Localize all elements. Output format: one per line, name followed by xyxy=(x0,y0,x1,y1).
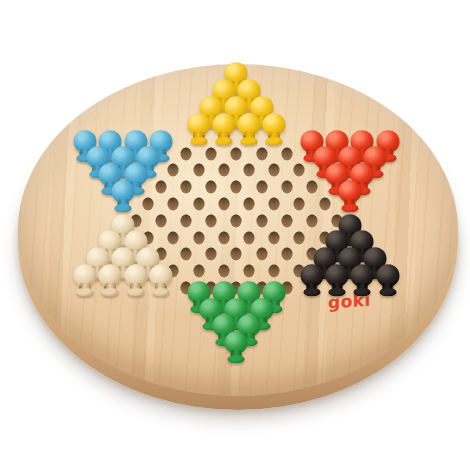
board-hole[interactable] xyxy=(281,147,292,160)
peg-foot xyxy=(127,288,144,296)
cell-r11-c11 xyxy=(205,246,218,263)
cell-r12-c14 xyxy=(243,263,256,280)
cell-r9-c11 xyxy=(205,212,218,229)
peg-foot xyxy=(228,355,245,363)
board-hole[interactable] xyxy=(168,197,179,210)
cell-r9-c13 xyxy=(230,212,243,229)
board-hole[interactable] xyxy=(206,147,217,160)
peg-black[interactable] xyxy=(326,264,349,295)
cell-r9-c7 xyxy=(155,212,168,229)
board-hole[interactable] xyxy=(231,181,242,194)
peg-yellow[interactable] xyxy=(187,113,210,144)
cell-r9-c17 xyxy=(281,212,294,229)
board-hole[interactable] xyxy=(206,214,217,227)
cell-r6-c16 xyxy=(268,162,281,179)
cell-r8-c22 xyxy=(343,196,356,213)
board-hole[interactable] xyxy=(193,231,204,244)
board-hole[interactable] xyxy=(168,231,179,244)
board-hole[interactable] xyxy=(281,214,292,227)
peg-foot xyxy=(102,288,119,296)
peg-red[interactable] xyxy=(338,180,361,211)
cell-r13-c1 xyxy=(79,280,92,297)
cell-r8-c14 xyxy=(243,196,256,213)
board-hole[interactable] xyxy=(306,214,317,227)
peg-foot xyxy=(354,288,371,296)
peg-foot xyxy=(115,204,132,212)
board-hole[interactable] xyxy=(319,197,330,210)
peg-yellow[interactable] xyxy=(212,113,235,144)
cell-r4-c12 xyxy=(218,128,231,145)
peg-foot xyxy=(266,137,283,145)
peg-natural[interactable] xyxy=(124,264,147,295)
cell-r7-c9 xyxy=(180,179,193,196)
cell-r10-c18 xyxy=(293,229,306,246)
board-hole[interactable] xyxy=(193,197,204,210)
cell-r13-c19 xyxy=(306,280,319,297)
cell-r11-c9 xyxy=(180,246,193,263)
cell-r9-c15 xyxy=(255,212,268,229)
peg-foot xyxy=(329,288,346,296)
cell-r11-c13 xyxy=(230,246,243,263)
board-hole[interactable] xyxy=(193,265,204,278)
board-hole[interactable] xyxy=(168,164,179,177)
cell-r17-c13 xyxy=(230,347,243,364)
board-hole[interactable] xyxy=(155,181,166,194)
board-hole[interactable] xyxy=(231,214,242,227)
board-hole[interactable] xyxy=(181,248,192,261)
board-hole[interactable] xyxy=(294,231,305,244)
peg-foot xyxy=(215,137,232,145)
board-hole[interactable] xyxy=(269,197,280,210)
peg-foot xyxy=(190,137,207,145)
cell-r7-c15 xyxy=(255,179,268,196)
star-grid xyxy=(79,78,394,364)
cell-r13-c3 xyxy=(104,280,117,297)
board-hole[interactable] xyxy=(269,231,280,244)
peg-foot xyxy=(303,288,320,296)
peg-black[interactable] xyxy=(376,264,399,295)
board-hole[interactable] xyxy=(155,214,166,227)
cell-r8-c12 xyxy=(218,196,231,213)
peg-green[interactable] xyxy=(225,331,248,362)
cell-r11-c15 xyxy=(255,246,268,263)
board-hole[interactable] xyxy=(294,197,305,210)
cell-r12-c16 xyxy=(268,263,281,280)
cell-r8-c6 xyxy=(142,196,155,213)
board-hole[interactable] xyxy=(256,214,267,227)
peg-foot xyxy=(241,137,258,145)
board-hole[interactable] xyxy=(181,181,192,194)
peg-foot xyxy=(77,288,94,296)
peg-natural[interactable] xyxy=(99,264,122,295)
cell-r8-c10 xyxy=(192,196,205,213)
cell-r10-c12 xyxy=(218,229,231,246)
cell-r4-c14 xyxy=(243,128,256,145)
board-hole[interactable] xyxy=(218,265,229,278)
cell-r6-c8 xyxy=(167,162,180,179)
board-hole[interactable] xyxy=(269,265,280,278)
peg-black[interactable] xyxy=(300,264,323,295)
cell-r7-c13 xyxy=(230,179,243,196)
cell-r8-c16 xyxy=(268,196,281,213)
board-hole[interactable] xyxy=(294,164,305,177)
peg-foot xyxy=(379,288,396,296)
peg-blue[interactable] xyxy=(112,180,135,211)
cell-r12-c10 xyxy=(192,263,205,280)
cell-r12-c12 xyxy=(218,263,231,280)
board-hole[interactable] xyxy=(244,231,255,244)
board-hole[interactable] xyxy=(206,248,217,261)
cell-r13-c21 xyxy=(331,280,344,297)
cell-r6-c12 xyxy=(218,162,231,179)
cell-r5-c15 xyxy=(255,145,268,162)
cell-r5-c9 xyxy=(180,145,193,162)
peg-natural[interactable] xyxy=(149,264,172,295)
cell-r10-c14 xyxy=(243,229,256,246)
cell-r6-c14 xyxy=(243,162,256,179)
peg-black[interactable] xyxy=(351,264,374,295)
cell-r7-c7 xyxy=(155,179,168,196)
board-hole[interactable] xyxy=(193,164,204,177)
board-hole[interactable] xyxy=(256,181,267,194)
cell-r11-c17 xyxy=(281,246,294,263)
cell-r8-c18 xyxy=(293,196,306,213)
board-hole[interactable] xyxy=(181,214,192,227)
board-hole[interactable] xyxy=(244,164,255,177)
board-hole[interactable] xyxy=(231,147,242,160)
cell-r8-c20 xyxy=(318,196,331,213)
board-hole[interactable] xyxy=(306,181,317,194)
cell-r13-c25 xyxy=(381,280,394,297)
board-hole[interactable] xyxy=(244,265,255,278)
cell-r5-c11 xyxy=(205,145,218,162)
cell-r9-c19 xyxy=(306,212,319,229)
cell-r4-c10 xyxy=(192,128,205,145)
cell-r10-c10 xyxy=(192,229,205,246)
board-hole[interactable] xyxy=(281,248,292,261)
cell-r5-c13 xyxy=(230,145,243,162)
cell-r4-c16 xyxy=(268,128,281,145)
cell-r8-c4 xyxy=(117,196,130,213)
cell-r7-c19 xyxy=(306,179,319,196)
board-hole[interactable] xyxy=(218,164,229,177)
board-hole[interactable] xyxy=(181,147,192,160)
cell-r13-c23 xyxy=(356,280,369,297)
peg-yellow[interactable] xyxy=(263,113,286,144)
cell-r10-c8 xyxy=(167,229,180,246)
board-hole[interactable] xyxy=(281,181,292,194)
peg-foot xyxy=(152,288,169,296)
peg-foot xyxy=(341,204,358,212)
cell-r10-c16 xyxy=(268,229,281,246)
board-hole[interactable] xyxy=(218,197,229,210)
peg-yellow[interactable] xyxy=(238,113,261,144)
board-hole[interactable] xyxy=(256,248,267,261)
board-hole[interactable] xyxy=(231,248,242,261)
cell-r7-c17 xyxy=(281,179,294,196)
cell-r5-c17 xyxy=(281,145,294,162)
cell-r13-c5 xyxy=(129,280,142,297)
cell-r13-c7 xyxy=(155,280,168,297)
board-hole[interactable] xyxy=(206,181,217,194)
board-hole[interactable] xyxy=(143,197,154,210)
cell-r6-c18 xyxy=(293,162,306,179)
board-hole[interactable] xyxy=(218,231,229,244)
board-hole[interactable] xyxy=(256,147,267,160)
cell-r8-c8 xyxy=(167,196,180,213)
cell-r7-c11 xyxy=(205,179,218,196)
cell-r6-c10 xyxy=(192,162,205,179)
peg-natural[interactable] xyxy=(74,264,97,295)
cell-r9-c9 xyxy=(180,212,193,229)
board-hole[interactable] xyxy=(269,164,280,177)
board-hole[interactable] xyxy=(244,197,255,210)
